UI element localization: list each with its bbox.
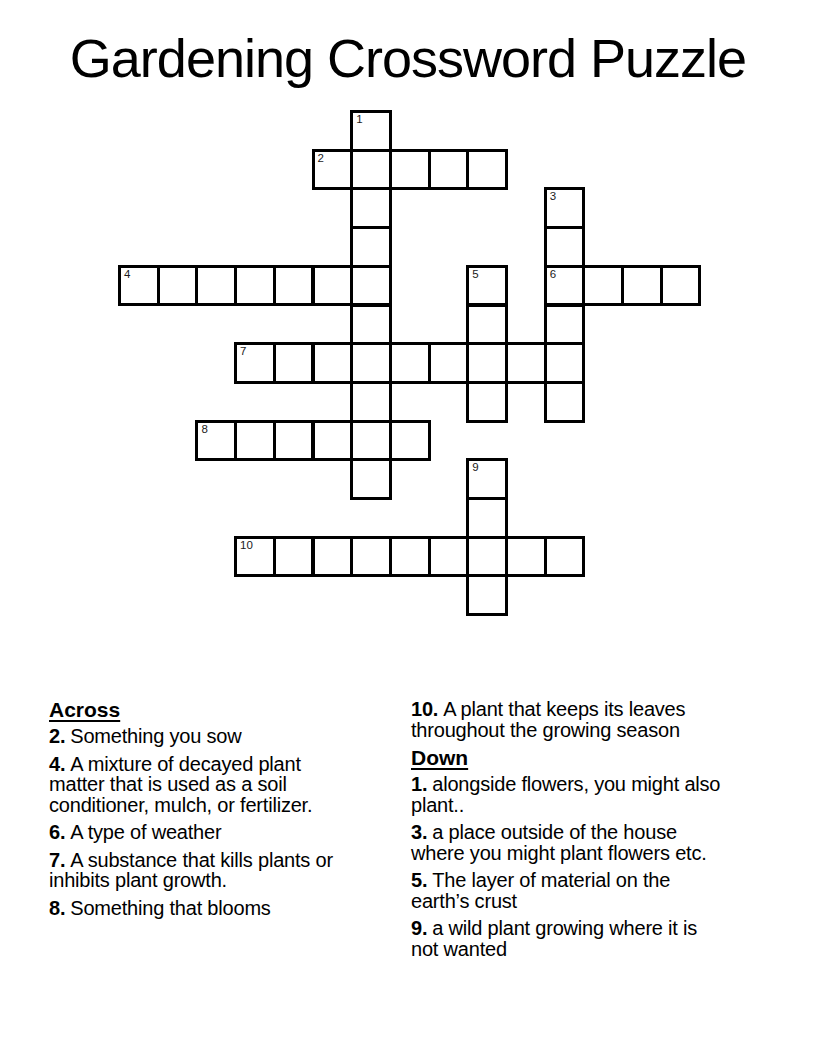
- grid-cell[interactable]: [466, 304, 508, 346]
- clue-number: 4: [124, 268, 130, 281]
- grid-cell[interactable]: [389, 536, 431, 578]
- clue-text: Something you sow: [70, 725, 241, 747]
- grid-cell[interactable]: [544, 226, 586, 268]
- clue-8-across: 8.Something that blooms: [49, 898, 354, 919]
- clue-text: a wild plant growing where it is not wan…: [411, 917, 697, 960]
- clue-1-down: 1.alongside flowers, you might also plan…: [411, 774, 723, 815]
- clue-number-label: 2.: [49, 725, 65, 747]
- grid-cell[interactable]: [273, 265, 315, 307]
- grid-cell[interactable]: [350, 226, 392, 268]
- clue-number: 9: [472, 461, 478, 474]
- clue-text: Something that blooms: [70, 897, 270, 919]
- grid-cell[interactable]: [234, 265, 276, 307]
- grid-cell[interactable]: 1: [350, 110, 392, 152]
- grid-cell[interactable]: [544, 381, 586, 423]
- clue-number: 7: [240, 345, 246, 358]
- grid-cell[interactable]: [389, 149, 431, 191]
- clue-3-down: 3.a place outside of the house where you…: [411, 822, 723, 863]
- clue-5-down: 5.The layer of material on the earth’s c…: [411, 870, 723, 911]
- clue-text: The layer of material on the earth’s cru…: [411, 869, 670, 912]
- grid-cell[interactable]: [466, 149, 508, 191]
- grid-cell[interactable]: [582, 265, 624, 307]
- down-clue-list: 1.alongside flowers, you might also plan…: [411, 774, 723, 959]
- clue-number-label: 6.: [49, 821, 65, 843]
- clue-2-across: 2.Something you sow: [49, 726, 354, 747]
- grid-cell[interactable]: [621, 265, 663, 307]
- grid-cell[interactable]: 9: [466, 458, 508, 500]
- grid-cell[interactable]: [428, 536, 470, 578]
- grid-cell[interactable]: [350, 342, 392, 384]
- clue-text: alongside flowers, you might also plant.…: [411, 773, 720, 816]
- across-clue-list: 2.Something you sow4.A mixture of decaye…: [49, 726, 354, 918]
- grid-cell[interactable]: [350, 149, 392, 191]
- clue-number-label: 3.: [411, 821, 427, 843]
- grid-cell[interactable]: [466, 342, 508, 384]
- grid-cell[interactable]: [195, 265, 237, 307]
- grid-cell[interactable]: [466, 574, 508, 616]
- grid-cell[interactable]: 6: [544, 265, 586, 307]
- clue-number: 5: [472, 268, 478, 281]
- grid-cell[interactable]: 3: [544, 187, 586, 229]
- clue-4-across: 4.A mixture of decayed plant matter that…: [49, 754, 354, 816]
- clue-number-label: 8.: [49, 897, 65, 919]
- grid-cell[interactable]: [544, 536, 586, 578]
- grid-cell[interactable]: [350, 304, 392, 346]
- grid-cell[interactable]: [505, 342, 547, 384]
- grid-cell[interactable]: [389, 420, 431, 462]
- clue-9-down: 9.a wild plant growing where it is not w…: [411, 918, 723, 959]
- clue-text: a place outside of the house where you m…: [411, 821, 707, 864]
- down-heading: Down: [411, 747, 723, 769]
- clue-7-across: 7.A substance that kills plants or inhib…: [49, 850, 354, 891]
- grid-cell[interactable]: 5: [466, 265, 508, 307]
- grid-cell[interactable]: [428, 342, 470, 384]
- grid-cell[interactable]: [660, 265, 702, 307]
- grid-cell[interactable]: [505, 536, 547, 578]
- clue-6-across: 6.A type of weather: [49, 822, 354, 843]
- grid-cell[interactable]: 2: [312, 149, 354, 191]
- grid-cell[interactable]: 4: [118, 265, 160, 307]
- grid-cell[interactable]: [312, 420, 354, 462]
- grid-cell[interactable]: [234, 420, 276, 462]
- grid-cell[interactable]: 7: [234, 342, 276, 384]
- page-title: Gardening Crossword Puzzle: [0, 26, 816, 90]
- crossword-grid: 12345678910: [118, 110, 702, 617]
- grid-cell[interactable]: [466, 536, 508, 578]
- clue-number: 10: [240, 539, 253, 552]
- clue-text: A substance that kills plants or inhibit…: [49, 849, 333, 892]
- worksheet-page: { "title": "Gardening Crossword Puzzle",…: [0, 0, 816, 1056]
- grid-cell[interactable]: 10: [234, 536, 276, 578]
- clue-number-label: 5.: [411, 869, 427, 891]
- grid-cell[interactable]: [312, 536, 354, 578]
- grid-cell[interactable]: [350, 187, 392, 229]
- clue-number-label: 10.: [411, 698, 438, 720]
- grid-cell[interactable]: [157, 265, 199, 307]
- clue-number-label: 4.: [49, 753, 65, 775]
- grid-cell[interactable]: [389, 342, 431, 384]
- clue-text: A mixture of decayed plant matter that i…: [49, 753, 312, 816]
- clue-text: A plant that keeps its leaves throughout…: [411, 698, 685, 741]
- clue-number: 8: [201, 423, 207, 436]
- clue-number-label: 7.: [49, 849, 65, 871]
- across-heading: Across: [49, 699, 354, 721]
- grid-cell[interactable]: [466, 381, 508, 423]
- grid-cell[interactable]: [312, 265, 354, 307]
- clue-number: 2: [318, 152, 324, 165]
- grid-cell[interactable]: [273, 342, 315, 384]
- grid-cell[interactable]: [350, 265, 392, 307]
- grid-cell[interactable]: 8: [195, 420, 237, 462]
- grid-cell[interactable]: [350, 381, 392, 423]
- across-clue-list-continued: 10.A plant that keeps its leaves through…: [411, 699, 723, 740]
- grid-cell[interactable]: [466, 497, 508, 539]
- grid-cell[interactable]: [350, 420, 392, 462]
- clue-number-label: 1.: [411, 773, 427, 795]
- clues-column-left: Across 2.Something you sow4.A mixture of…: [49, 699, 354, 925]
- grid-cell[interactable]: [273, 420, 315, 462]
- grid-cell[interactable]: [350, 536, 392, 578]
- grid-cell[interactable]: [428, 149, 470, 191]
- grid-cell[interactable]: [544, 342, 586, 384]
- clue-number: 6: [550, 268, 556, 281]
- grid-cell[interactable]: [312, 342, 354, 384]
- clue-10-across: 10.A plant that keeps its leaves through…: [411, 699, 723, 740]
- clue-text: A type of weather: [70, 821, 221, 843]
- grid-cell[interactable]: [350, 458, 392, 500]
- clue-number: 3: [550, 190, 556, 203]
- grid-cell[interactable]: [544, 304, 586, 346]
- clue-number-label: 9.: [411, 917, 427, 939]
- clue-number: 1: [356, 113, 362, 126]
- clues-column-right: 10.A plant that keeps its leaves through…: [411, 699, 723, 966]
- grid-cell[interactable]: [273, 536, 315, 578]
